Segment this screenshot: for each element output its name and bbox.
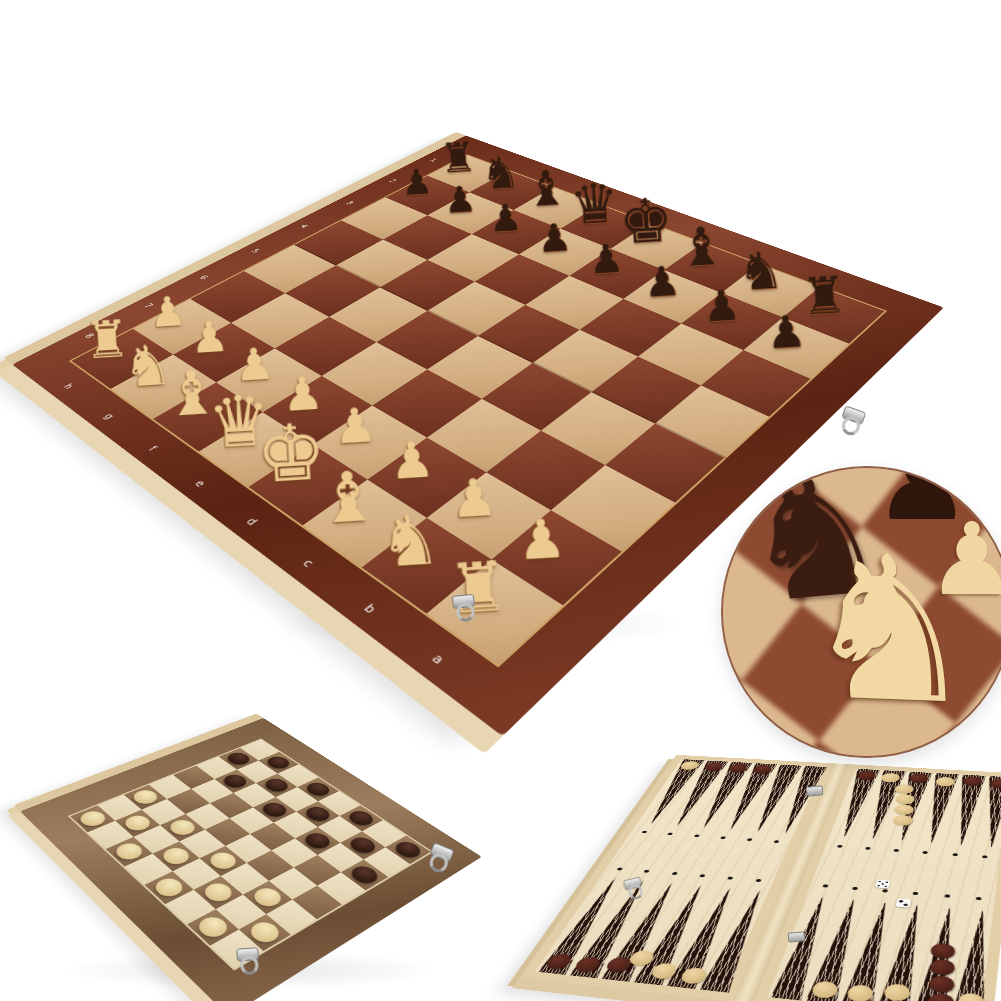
chess-square: [638, 324, 743, 386]
metal-clasp: [837, 405, 866, 435]
hinge: [788, 931, 806, 942]
chess-square: [551, 465, 675, 551]
backgammon-checker-light: [891, 815, 914, 827]
chess-square: [605, 424, 724, 503]
die-showing-5: [874, 880, 890, 889]
backgammon-case: [520, 755, 1001, 1001]
checkers-grid: [68, 738, 434, 970]
product-photo-canvas: { "game": "3-in-1 folding wooden board g…: [0, 0, 1001, 1001]
chess-square: [701, 350, 811, 417]
chess-square: [427, 399, 541, 473]
chess-square: [427, 336, 532, 399]
backgammon-checker-light: [679, 761, 701, 770]
die-showing-2: [895, 898, 911, 907]
chess-square: [533, 330, 638, 392]
chess-square: [486, 431, 605, 511]
chess-square: [482, 363, 592, 431]
chess-square: [655, 385, 769, 457]
metal-clasp: [451, 594, 475, 620]
marker-dots: [837, 845, 988, 859]
backgammon-checker-dark: [703, 762, 725, 771]
chess-square: [541, 392, 655, 465]
chess-square: [591, 357, 701, 424]
metal-clasp: [622, 877, 644, 900]
marker-dots: [641, 831, 779, 844]
chess-square: [372, 369, 482, 437]
backgammon-point: [951, 907, 997, 1001]
magnified-detail-inset: ♞ ♟ ♟ ♞: [721, 466, 1001, 758]
metal-clasp: [235, 947, 259, 972]
hinge: [806, 785, 824, 796]
inset-light-knight-icon: ♞: [798, 527, 984, 733]
